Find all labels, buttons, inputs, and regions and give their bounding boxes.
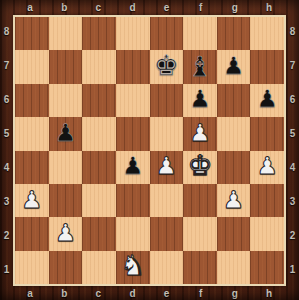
rank-label-1: 1	[286, 252, 299, 286]
square-e6[interactable]	[150, 84, 184, 117]
square-c2[interactable]	[82, 217, 116, 250]
piece-black-bishop[interactable]: ♝	[188, 53, 212, 80]
square-c4[interactable]	[82, 151, 116, 184]
square-d4[interactable]: ♟	[116, 151, 150, 184]
square-c5[interactable]	[82, 117, 116, 150]
square-f1[interactable]	[183, 251, 217, 284]
square-f4[interactable]: ♚	[183, 151, 217, 184]
square-c3[interactable]	[82, 184, 116, 217]
square-h4[interactable]: ♟	[250, 151, 284, 184]
square-d2[interactable]	[116, 217, 150, 250]
square-a3[interactable]: ♟	[15, 184, 49, 217]
square-b8[interactable]	[49, 17, 83, 50]
rank-label-2: 2	[286, 218, 299, 252]
file-label-e: e	[150, 0, 184, 15]
piece-white-pawn[interactable]: ♟	[21, 188, 43, 212]
file-label-b: b	[47, 286, 81, 300]
file-label-a: a	[13, 0, 47, 15]
piece-white-pawn[interactable]: ♟	[189, 121, 211, 145]
square-b4[interactable]	[49, 151, 83, 184]
square-b2[interactable]: ♟	[49, 217, 83, 250]
square-e2[interactable]	[150, 217, 184, 250]
file-label-h: h	[252, 0, 286, 15]
square-h7[interactable]	[250, 50, 284, 83]
square-f3[interactable]	[183, 184, 217, 217]
rank-label-1: 1	[0, 252, 13, 286]
square-g5[interactable]	[217, 117, 251, 150]
square-g2[interactable]	[217, 217, 251, 250]
square-e5[interactable]	[150, 117, 184, 150]
piece-white-pawn[interactable]: ♟	[156, 154, 178, 178]
square-e7[interactable]: ♚	[150, 50, 184, 83]
square-h3[interactable]	[250, 184, 284, 217]
square-g1[interactable]	[217, 251, 251, 284]
rank-label-5: 5	[286, 117, 299, 151]
piece-black-pawn[interactable]: ♟	[122, 154, 144, 178]
square-h1[interactable]	[250, 251, 284, 284]
square-e3[interactable]	[150, 184, 184, 217]
square-h2[interactable]	[250, 217, 284, 250]
file-label-b: b	[47, 0, 81, 15]
square-d7[interactable]	[116, 50, 150, 83]
file-label-f: f	[184, 286, 218, 300]
square-g8[interactable]	[217, 17, 251, 50]
rank-label-8: 8	[0, 15, 13, 49]
square-d1[interactable]: ♞	[116, 251, 150, 284]
square-e4[interactable]: ♟	[150, 151, 184, 184]
rank-label-5: 5	[0, 117, 13, 151]
chess-board: ♚♝♟♟♟♟♟♟♟♚♟♟♟♟♞	[13, 15, 286, 286]
file-label-d: d	[115, 0, 149, 15]
rank-label-3: 3	[286, 184, 299, 218]
square-a2[interactable]	[15, 217, 49, 250]
rank-label-7: 7	[0, 49, 13, 83]
square-a5[interactable]	[15, 117, 49, 150]
rank-label-6: 6	[0, 83, 13, 117]
piece-black-pawn[interactable]: ♟	[189, 87, 211, 111]
file-label-g: g	[218, 286, 252, 300]
square-a6[interactable]	[15, 84, 49, 117]
rank-labels-right: 87654321	[286, 15, 299, 286]
piece-white-pawn[interactable]: ♟	[223, 188, 245, 212]
square-f6[interactable]: ♟	[183, 84, 217, 117]
chess-board-diagram: abcdefgh abcdefgh 87654321 87654321 ♚♝♟♟…	[0, 0, 299, 300]
square-g3[interactable]: ♟	[217, 184, 251, 217]
rank-label-4: 4	[286, 151, 299, 185]
piece-black-king[interactable]: ♚	[154, 52, 179, 80]
piece-black-pawn[interactable]: ♟	[256, 87, 278, 111]
rank-label-3: 3	[0, 184, 13, 218]
piece-white-king[interactable]: ♚	[187, 152, 212, 180]
square-d5[interactable]	[116, 117, 150, 150]
square-b1[interactable]	[49, 251, 83, 284]
square-c6[interactable]	[82, 84, 116, 117]
rank-label-4: 4	[0, 151, 13, 185]
square-d3[interactable]	[116, 184, 150, 217]
square-h6[interactable]: ♟	[250, 84, 284, 117]
file-label-d: d	[115, 286, 149, 300]
square-a1[interactable]	[15, 251, 49, 284]
piece-white-pawn[interactable]: ♟	[256, 154, 278, 178]
rank-label-8: 8	[286, 15, 299, 49]
rank-label-2: 2	[0, 218, 13, 252]
square-h8[interactable]	[250, 17, 284, 50]
rank-labels-left: 87654321	[0, 15, 13, 286]
file-label-c: c	[81, 0, 115, 15]
square-e1[interactable]	[150, 251, 184, 284]
file-label-h: h	[252, 286, 286, 300]
square-a8[interactable]	[15, 17, 49, 50]
square-d6[interactable]	[116, 84, 150, 117]
square-b3[interactable]	[49, 184, 83, 217]
rank-label-6: 6	[286, 83, 299, 117]
file-label-c: c	[81, 286, 115, 300]
square-f2[interactable]	[183, 217, 217, 250]
square-a4[interactable]	[15, 151, 49, 184]
square-g6[interactable]	[217, 84, 251, 117]
square-c1[interactable]	[82, 251, 116, 284]
square-e8[interactable]	[150, 17, 184, 50]
rank-label-7: 7	[286, 49, 299, 83]
square-a7[interactable]	[15, 50, 49, 83]
square-b7[interactable]	[49, 50, 83, 83]
file-labels-top: abcdefgh	[13, 0, 286, 15]
square-h5[interactable]	[250, 117, 284, 150]
square-f8[interactable]	[183, 17, 217, 50]
file-label-g: g	[218, 0, 252, 15]
square-b5[interactable]: ♟	[49, 117, 83, 150]
file-label-f: f	[184, 0, 218, 15]
file-labels-bottom: abcdefgh	[13, 286, 286, 300]
square-b6[interactable]	[49, 84, 83, 117]
square-g4[interactable]	[217, 151, 251, 184]
square-c8[interactable]	[82, 17, 116, 50]
piece-black-pawn[interactable]: ♟	[55, 121, 77, 145]
square-d8[interactable]	[116, 17, 150, 50]
square-c7[interactable]	[82, 50, 116, 83]
file-label-e: e	[150, 286, 184, 300]
square-g7[interactable]: ♟	[217, 50, 251, 83]
piece-black-pawn[interactable]: ♟	[223, 54, 245, 78]
file-label-a: a	[13, 286, 47, 300]
square-f5[interactable]: ♟	[183, 117, 217, 150]
piece-white-pawn[interactable]: ♟	[55, 221, 77, 245]
square-f7[interactable]: ♝	[183, 50, 217, 83]
piece-white-knight[interactable]: ♞	[120, 252, 145, 280]
